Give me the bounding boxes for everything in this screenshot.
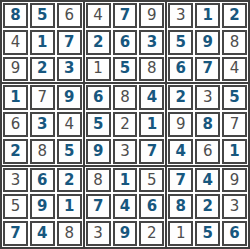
- box-r2c3: 235987461: [167, 84, 248, 164]
- cell-r3c3[interactable]: 3: [57, 57, 82, 82]
- cell-r7c6[interactable]: 5: [139, 168, 164, 193]
- cell-r2c3[interactable]: 7: [57, 30, 82, 55]
- cell-r2c9[interactable]: 8: [222, 30, 247, 55]
- cell-r5c3[interactable]: 4: [57, 112, 82, 137]
- cell-r5c6[interactable]: 1: [139, 112, 164, 137]
- cell-r3c2[interactable]: 2: [30, 57, 55, 82]
- cell-r1c9[interactable]: 2: [222, 3, 247, 28]
- cell-r9c9[interactable]: 6: [222, 221, 247, 246]
- sudoku-board: 8564179234792631583125986741796342856845…: [0, 0, 250, 249]
- cell-r9c3[interactable]: 8: [57, 221, 82, 246]
- cell-r9c1[interactable]: 7: [3, 221, 28, 246]
- box-r2c1: 179634285: [2, 84, 83, 164]
- cell-r4c6[interactable]: 4: [139, 85, 164, 110]
- cell-r2c8[interactable]: 9: [195, 30, 220, 55]
- cell-r5c8[interactable]: 8: [195, 112, 220, 137]
- cell-r9c6[interactable]: 2: [139, 221, 164, 246]
- cell-r7c9[interactable]: 9: [222, 168, 247, 193]
- cell-r6c1[interactable]: 2: [3, 139, 28, 164]
- cell-r6c8[interactable]: 6: [195, 139, 220, 164]
- cell-r7c8[interactable]: 4: [195, 168, 220, 193]
- cell-r4c8[interactable]: 3: [195, 85, 220, 110]
- cell-r1c1[interactable]: 8: [3, 3, 28, 28]
- cell-r5c4[interactable]: 5: [86, 112, 111, 137]
- cell-r8c7[interactable]: 8: [168, 194, 193, 219]
- cell-r3c9[interactable]: 4: [222, 57, 247, 82]
- cell-r9c5[interactable]: 9: [113, 221, 138, 246]
- cell-r6c9[interactable]: 1: [222, 139, 247, 164]
- cell-r6c4[interactable]: 9: [86, 139, 111, 164]
- cell-r8c5[interactable]: 4: [113, 194, 138, 219]
- box-r1c2: 479263158: [85, 2, 166, 82]
- cell-r6c5[interactable]: 3: [113, 139, 138, 164]
- cell-r8c8[interactable]: 2: [195, 194, 220, 219]
- cell-r5c5[interactable]: 2: [113, 112, 138, 137]
- cell-r5c2[interactable]: 3: [30, 112, 55, 137]
- box-r3c1: 362591748: [2, 167, 83, 247]
- cell-r4c9[interactable]: 5: [222, 85, 247, 110]
- cell-r3c7[interactable]: 6: [168, 57, 193, 82]
- cell-r9c2[interactable]: 4: [30, 221, 55, 246]
- cell-r4c5[interactable]: 8: [113, 85, 138, 110]
- cell-r7c3[interactable]: 2: [57, 168, 82, 193]
- cell-r3c6[interactable]: 8: [139, 57, 164, 82]
- cell-r9c4[interactable]: 3: [86, 221, 111, 246]
- cell-r2c2[interactable]: 1: [30, 30, 55, 55]
- cell-r8c9[interactable]: 3: [222, 194, 247, 219]
- cell-r2c1[interactable]: 4: [3, 30, 28, 55]
- cell-r6c3[interactable]: 5: [57, 139, 82, 164]
- cell-r5c1[interactable]: 6: [3, 112, 28, 137]
- cell-r8c4[interactable]: 7: [86, 194, 111, 219]
- cell-r8c3[interactable]: 1: [57, 194, 82, 219]
- cell-r7c1[interactable]: 3: [3, 168, 28, 193]
- cell-r5c7[interactable]: 9: [168, 112, 193, 137]
- cell-r8c2[interactable]: 9: [30, 194, 55, 219]
- cell-r6c2[interactable]: 8: [30, 139, 55, 164]
- cell-r1c2[interactable]: 5: [30, 3, 55, 28]
- cell-r1c3[interactable]: 6: [57, 3, 82, 28]
- cell-r4c3[interactable]: 9: [57, 85, 82, 110]
- cell-r4c4[interactable]: 6: [86, 85, 111, 110]
- box-r3c3: 749823156: [167, 167, 248, 247]
- cell-r3c4[interactable]: 1: [86, 57, 111, 82]
- box-r1c3: 312598674: [167, 2, 248, 82]
- cell-r2c6[interactable]: 3: [139, 30, 164, 55]
- cell-r7c2[interactable]: 6: [30, 168, 55, 193]
- cell-r7c4[interactable]: 8: [86, 168, 111, 193]
- cell-r4c2[interactable]: 7: [30, 85, 55, 110]
- cell-r8c6[interactable]: 6: [139, 194, 164, 219]
- cell-r7c7[interactable]: 7: [168, 168, 193, 193]
- cell-r8c1[interactable]: 5: [3, 194, 28, 219]
- cell-r3c5[interactable]: 5: [113, 57, 138, 82]
- cell-r7c5[interactable]: 1: [113, 168, 138, 193]
- cell-r2c4[interactable]: 2: [86, 30, 111, 55]
- cell-r3c1[interactable]: 9: [3, 57, 28, 82]
- cell-r4c7[interactable]: 2: [168, 85, 193, 110]
- box-r1c1: 856417923: [2, 2, 83, 82]
- cell-r1c6[interactable]: 9: [139, 3, 164, 28]
- cell-r1c8[interactable]: 1: [195, 3, 220, 28]
- cell-r5c9[interactable]: 7: [222, 112, 247, 137]
- cell-r3c8[interactable]: 7: [195, 57, 220, 82]
- cell-r2c7[interactable]: 5: [168, 30, 193, 55]
- box-r3c2: 815746392: [85, 167, 166, 247]
- cell-r9c7[interactable]: 1: [168, 221, 193, 246]
- cell-r1c7[interactable]: 3: [168, 3, 193, 28]
- cell-r6c7[interactable]: 4: [168, 139, 193, 164]
- cell-r2c5[interactable]: 6: [113, 30, 138, 55]
- box-r2c2: 684521937: [85, 84, 166, 164]
- cell-r9c8[interactable]: 5: [195, 221, 220, 246]
- cell-r4c1[interactable]: 1: [3, 85, 28, 110]
- cell-r1c4[interactable]: 4: [86, 3, 111, 28]
- cell-r1c5[interactable]: 7: [113, 3, 138, 28]
- cell-r6c6[interactable]: 7: [139, 139, 164, 164]
